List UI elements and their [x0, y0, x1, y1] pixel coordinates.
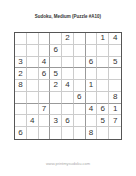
- sudoku-cell: [50, 57, 62, 69]
- sudoku-cell: [15, 45, 27, 57]
- sudoku-cell: [74, 115, 86, 127]
- sudoku-cell: [62, 68, 74, 80]
- sudoku-cell: [74, 104, 86, 116]
- sudoku-cell: [50, 127, 62, 139]
- sudoku-cell: 8: [86, 127, 98, 139]
- sudoku-cell: 2: [50, 80, 62, 92]
- sudoku-cell: [62, 92, 74, 104]
- sudoku-grid: 2146346526582416874614365768: [14, 32, 122, 140]
- sudoku-cell: 3: [50, 115, 62, 127]
- sudoku-cell: [39, 127, 51, 139]
- sudoku-cell: 6: [86, 57, 98, 69]
- sudoku-cell: 5: [109, 57, 121, 69]
- sudoku-cell: 6: [39, 68, 51, 80]
- sudoku-cell: 1: [97, 33, 109, 45]
- sudoku-cell: [74, 33, 86, 45]
- sudoku-cell: 6: [97, 104, 109, 116]
- sudoku-cell: [15, 104, 27, 116]
- sudoku-cell: [109, 127, 121, 139]
- sudoku-cell: [86, 68, 98, 80]
- sudoku-cell: 7: [39, 104, 51, 116]
- sudoku-cell: 2: [15, 68, 27, 80]
- sudoku-cell: 2: [62, 33, 74, 45]
- sudoku-cell: [39, 80, 51, 92]
- sudoku-cell: [62, 45, 74, 57]
- sudoku-cell: [97, 57, 109, 69]
- sudoku-cell: [74, 45, 86, 57]
- sudoku-cell: [74, 68, 86, 80]
- sudoku-cell: [109, 80, 121, 92]
- sudoku-cell: [15, 33, 27, 45]
- sudoku-cell: [50, 33, 62, 45]
- sudoku-cell: [74, 80, 86, 92]
- page-title: Sudoku, Medium (Puzzle #A10): [0, 14, 136, 19]
- sudoku-cell: [39, 115, 51, 127]
- sudoku-cell: [39, 33, 51, 45]
- sudoku-cell: [62, 104, 74, 116]
- sudoku-cell: [27, 92, 39, 104]
- sudoku-cell: 6: [15, 127, 27, 139]
- sudoku-cell: 1: [109, 104, 121, 116]
- sudoku-cell: 6: [62, 115, 74, 127]
- sudoku-cell: [109, 68, 121, 80]
- sudoku-cell: [97, 68, 109, 80]
- sudoku-cell: [50, 92, 62, 104]
- sudoku-cell: [27, 80, 39, 92]
- sudoku-cell: 4: [109, 33, 121, 45]
- sudoku-cell: 4: [39, 57, 51, 69]
- sudoku-cell: [27, 127, 39, 139]
- sudoku-cell: [50, 104, 62, 116]
- sudoku-cell: 6: [50, 45, 62, 57]
- sudoku-cell: [86, 45, 98, 57]
- sudoku-cell: [97, 45, 109, 57]
- sudoku-cell: [15, 115, 27, 127]
- sudoku-cell: [86, 115, 98, 127]
- sudoku-cell: [97, 80, 109, 92]
- sudoku-cell: [39, 92, 51, 104]
- sudoku-cell: [15, 92, 27, 104]
- sudoku-cell: 8: [15, 80, 27, 92]
- sudoku-cell: 6: [74, 92, 86, 104]
- sudoku-cell: [74, 57, 86, 69]
- footer-url: www.printmysudoku.com: [0, 161, 136, 166]
- sudoku-cell: [27, 57, 39, 69]
- sudoku-cell: 5: [50, 68, 62, 80]
- sudoku-cell: [97, 92, 109, 104]
- sudoku-cell: 8: [109, 92, 121, 104]
- sudoku-cell: 4: [62, 80, 74, 92]
- sudoku-cell: [27, 68, 39, 80]
- sudoku-cell: 4: [27, 115, 39, 127]
- sudoku-cell: 5: [97, 115, 109, 127]
- sudoku-cell: [39, 45, 51, 57]
- sudoku-cell: [86, 33, 98, 45]
- sudoku-cell: [86, 92, 98, 104]
- sudoku-cell: [62, 57, 74, 69]
- sudoku-cell: [27, 45, 39, 57]
- sudoku-cell: [97, 127, 109, 139]
- sudoku-cell: [27, 104, 39, 116]
- sudoku-cell: [62, 127, 74, 139]
- sudoku-cell: 1: [86, 80, 98, 92]
- sudoku-print-page: Sudoku, Medium (Puzzle #A10) 21463465265…: [0, 0, 136, 176]
- sudoku-cell: 3: [15, 57, 27, 69]
- sudoku-cell: [74, 127, 86, 139]
- sudoku-cell: 4: [86, 104, 98, 116]
- sudoku-cell: 7: [109, 115, 121, 127]
- sudoku-cell: [27, 33, 39, 45]
- sudoku-cell: [109, 45, 121, 57]
